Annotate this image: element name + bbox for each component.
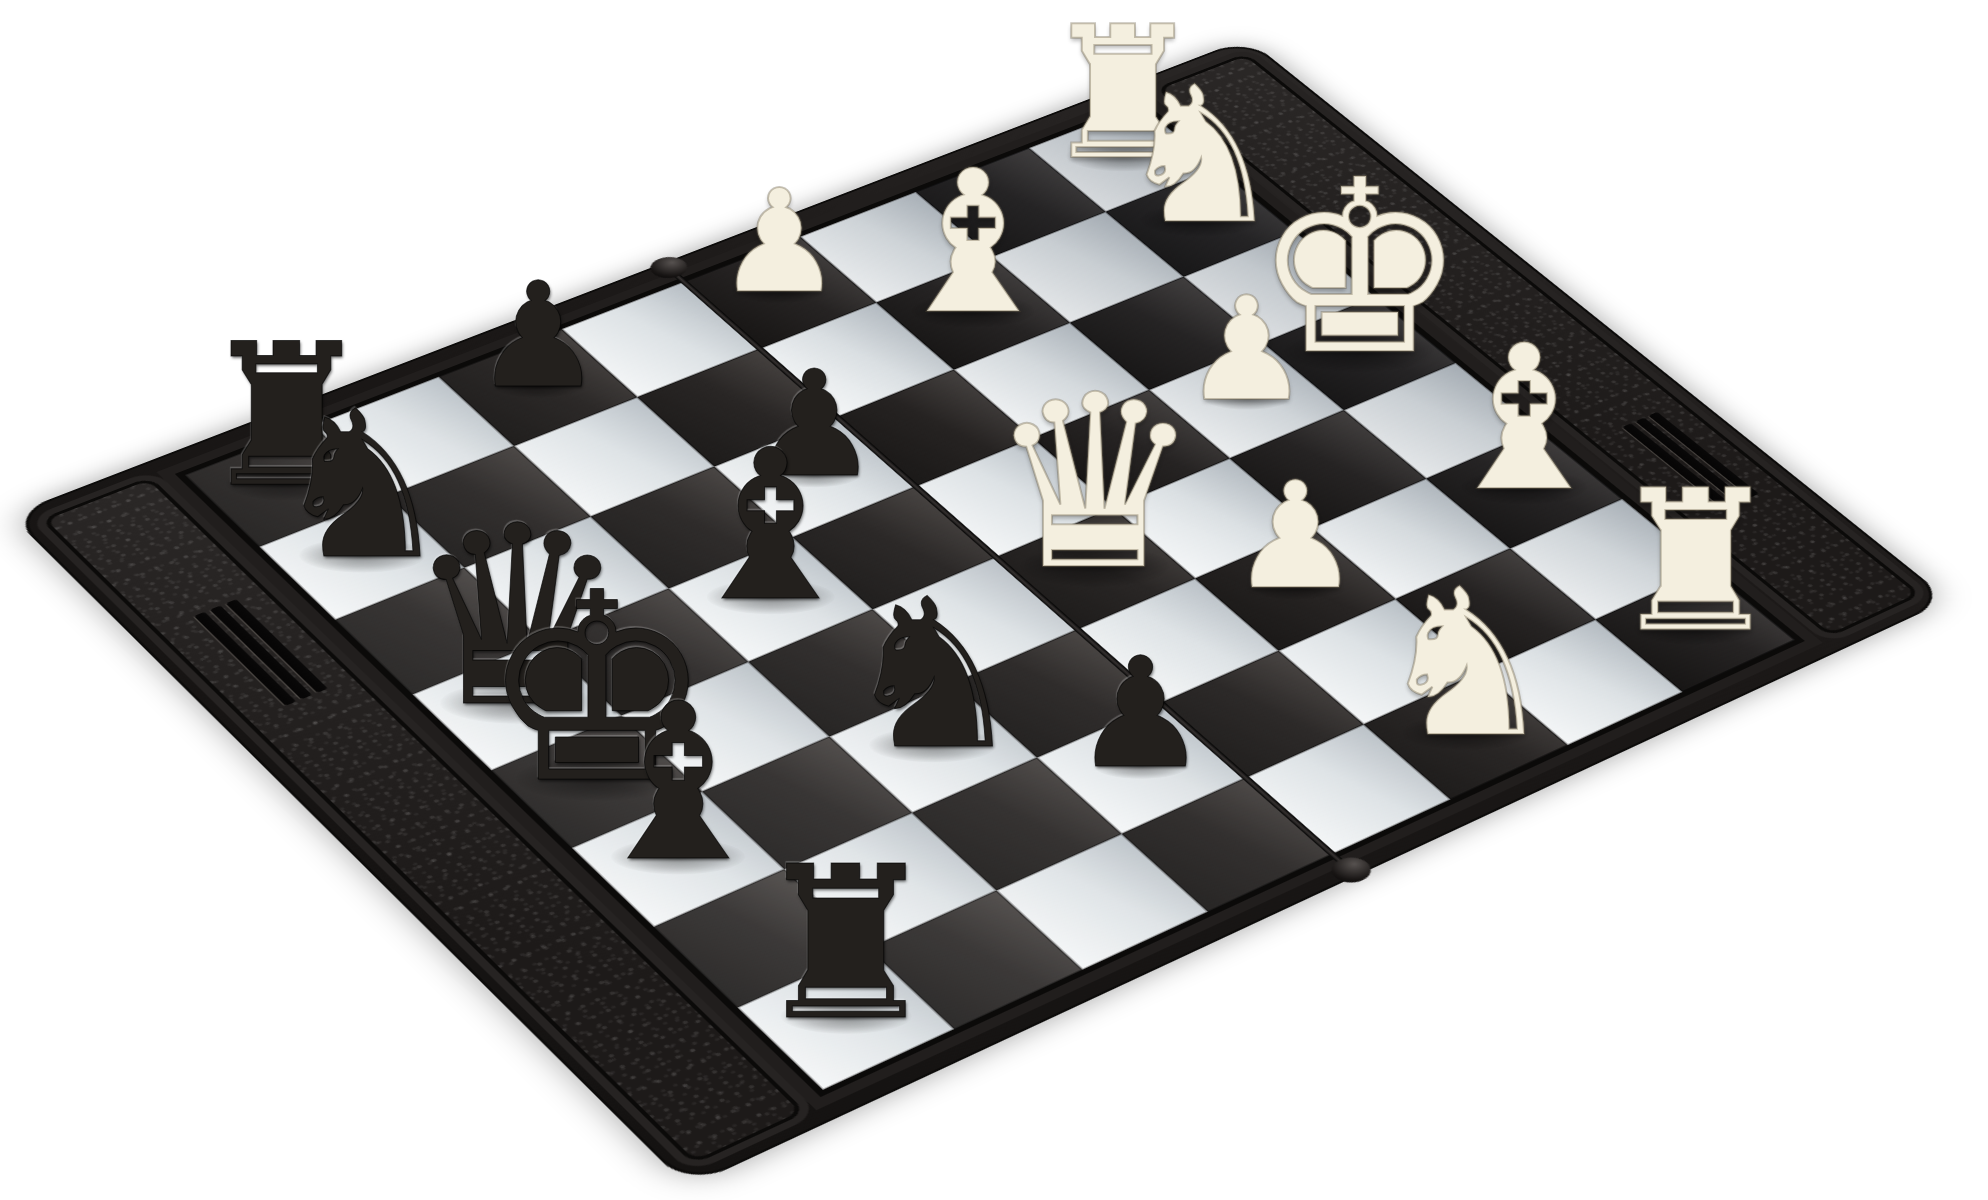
piece-black-bishop-c8[interactable]: ♝ [581, 675, 775, 891]
product-photo-scene: ♜♞♚♝♜♟♝♟♞♟♛♟♟♟♝♞♜♞♛♚♝♜ [0, 0, 1988, 1200]
piece-black-knight-c6[interactable]: ♞ [841, 572, 1026, 778]
piece-white-bishop-c1[interactable]: ♝ [1435, 319, 1615, 519]
piece-white-bishop-g3[interactable]: ♝ [885, 145, 1062, 342]
piece-black-pawn-h6[interactable]: ♟ [473, 263, 603, 409]
piece-white-pawn-h4[interactable]: ♟ [715, 171, 843, 314]
piece-white-rook-a1[interactable]: ♜ [1608, 464, 1783, 659]
piece-black-pawn-b5[interactable]: ♟ [1072, 639, 1209, 791]
piece-black-rook-a8[interactable]: ♜ [752, 839, 941, 1050]
piece-white-knight-a3[interactable]: ♞ [1375, 562, 1557, 765]
piece-white-pawn-c3[interactable]: ♟ [1229, 463, 1361, 611]
